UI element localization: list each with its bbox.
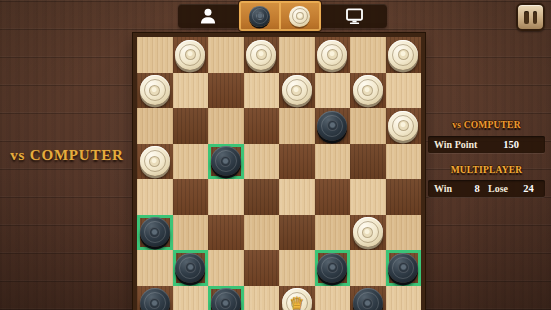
board-square — [350, 108, 386, 144]
pause-button[interactable] — [516, 3, 545, 31]
board-grid: ♛ — [137, 37, 421, 310]
board-square — [279, 250, 315, 286]
board-square[interactable] — [208, 215, 244, 251]
lose-label: Lose — [488, 183, 518, 194]
board-square — [173, 73, 209, 109]
board-square — [279, 179, 315, 215]
board-square — [244, 215, 280, 251]
pause-icon — [533, 11, 538, 24]
monitor-icon — [344, 6, 365, 26]
win-lose-bar: Win 8 Lose 24 — [428, 180, 545, 197]
white-checker[interactable] — [388, 40, 418, 70]
board-square[interactable]: ♛ — [279, 286, 315, 310]
board-square — [137, 250, 173, 286]
lose-value: 24 — [518, 183, 539, 194]
board-square — [244, 286, 280, 310]
vs-computer-label: vs COMPUTER — [0, 147, 134, 164]
highlighted-board-square[interactable] — [208, 144, 244, 180]
board-square[interactable] — [315, 37, 351, 73]
board-square[interactable] — [386, 179, 422, 215]
black-checker[interactable] — [211, 146, 241, 176]
white-checker[interactable] — [353, 75, 383, 105]
highlighted-board-square[interactable] — [386, 250, 422, 286]
board-square[interactable] — [279, 215, 315, 251]
board-square[interactable] — [386, 37, 422, 73]
board-square[interactable] — [173, 108, 209, 144]
board-square[interactable] — [315, 108, 351, 144]
board-square[interactable] — [350, 215, 386, 251]
board-square — [386, 215, 422, 251]
board-square — [173, 144, 209, 180]
board-square — [315, 73, 351, 109]
board-square — [137, 108, 173, 144]
white-checker[interactable] — [175, 40, 205, 70]
white-checker[interactable] — [282, 75, 312, 105]
white-checker-glyph — [289, 6, 310, 27]
white-checker[interactable] — [140, 75, 170, 105]
highlighted-board-square[interactable] — [137, 215, 173, 251]
board-square — [137, 179, 173, 215]
board-square — [244, 73, 280, 109]
board-square[interactable] — [137, 286, 173, 310]
vs-computer-header: vs COMPUTER — [428, 119, 545, 131]
board-square — [279, 108, 315, 144]
win-label: Win — [434, 183, 466, 194]
white-checker-icon — [281, 3, 319, 29]
win-value: 8 — [466, 183, 488, 194]
board-square[interactable] — [386, 108, 422, 144]
highlighted-board-square[interactable] — [173, 250, 209, 286]
black-checker[interactable] — [140, 217, 170, 247]
player-mode-button[interactable] — [178, 4, 238, 28]
white-king-checker[interactable]: ♛ — [282, 288, 312, 310]
board-square — [386, 286, 422, 310]
online-mode-button[interactable] — [321, 4, 387, 28]
win-point-bar: Win Point 150 — [428, 136, 545, 153]
white-checker[interactable] — [140, 146, 170, 176]
black-checker[interactable] — [317, 253, 347, 283]
black-checker[interactable] — [211, 288, 241, 310]
mode-toolbar — [178, 4, 387, 28]
board-square — [137, 37, 173, 73]
board-square[interactable] — [244, 108, 280, 144]
win-point-value: 150 — [491, 139, 531, 150]
board-square[interactable] — [208, 73, 244, 109]
board-square[interactable] — [173, 179, 209, 215]
stats-panel: vs COMPUTER Win Point 150 MULTIPLAYER Wi… — [428, 119, 545, 197]
board-square — [315, 215, 351, 251]
win-point-label: Win Point — [428, 139, 491, 150]
king-crown-icon: ♛ — [282, 288, 312, 310]
checkers-board: ♛ — [133, 33, 425, 310]
pause-icon — [524, 11, 529, 24]
highlighted-board-square[interactable] — [315, 250, 351, 286]
board-square[interactable] — [279, 144, 315, 180]
board-square — [208, 108, 244, 144]
board-square — [315, 286, 351, 310]
board-square — [173, 215, 209, 251]
black-checker[interactable] — [317, 111, 347, 141]
board-square — [386, 144, 422, 180]
white-checker[interactable] — [246, 40, 276, 70]
board-square[interactable] — [244, 250, 280, 286]
board-square — [244, 144, 280, 180]
game-screen: ♛ vs COMPUTER vs COMPUTER Win Point 150 … — [0, 0, 551, 310]
board-square[interactable] — [350, 286, 386, 310]
board-square[interactable] — [244, 37, 280, 73]
black-checker-icon — [241, 3, 281, 29]
white-checker[interactable] — [353, 217, 383, 247]
board-square[interactable] — [173, 37, 209, 73]
white-checker[interactable] — [388, 111, 418, 141]
black-checker[interactable] — [388, 253, 418, 283]
board-square[interactable] — [137, 144, 173, 180]
board-square — [173, 286, 209, 310]
board-square — [350, 37, 386, 73]
board-square — [350, 179, 386, 215]
board-square — [208, 250, 244, 286]
board-square[interactable] — [350, 144, 386, 180]
board-square[interactable] — [244, 179, 280, 215]
board-square — [386, 73, 422, 109]
board-square[interactable] — [315, 179, 351, 215]
vs-computer-mode-button[interactable] — [239, 1, 321, 31]
person-icon — [198, 6, 218, 26]
multiplayer-header: MULTIPLAYER — [428, 164, 545, 176]
board-square — [208, 179, 244, 215]
black-checker-glyph — [249, 6, 270, 27]
black-checker[interactable] — [175, 253, 205, 283]
board-square[interactable] — [279, 73, 315, 109]
white-checker[interactable] — [317, 40, 347, 70]
highlighted-board-square[interactable] — [208, 286, 244, 310]
board-square — [315, 144, 351, 180]
black-checker[interactable] — [140, 288, 170, 310]
board-square[interactable] — [350, 73, 386, 109]
board-square — [208, 37, 244, 73]
board-square — [279, 37, 315, 73]
board-square — [350, 250, 386, 286]
black-checker[interactable] — [353, 288, 383, 310]
board-square[interactable] — [137, 73, 173, 109]
